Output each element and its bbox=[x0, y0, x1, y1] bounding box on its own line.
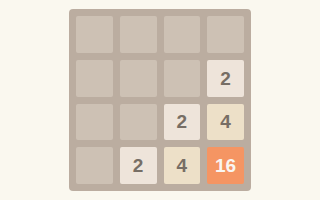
board-2048[interactable]: 2242416 bbox=[69, 9, 251, 191]
tile-16: 16 bbox=[207, 147, 244, 184]
empty-cell bbox=[120, 16, 157, 53]
empty-cell bbox=[207, 16, 244, 53]
empty-cell bbox=[76, 147, 113, 184]
tile-2: 2 bbox=[207, 60, 244, 97]
tile-4: 4 bbox=[164, 147, 201, 184]
tile-2: 2 bbox=[164, 104, 201, 141]
tile-2: 2 bbox=[120, 147, 157, 184]
empty-cell bbox=[76, 16, 113, 53]
empty-cell bbox=[76, 60, 113, 97]
empty-cell bbox=[164, 16, 201, 53]
empty-cell bbox=[76, 104, 113, 141]
tile-4: 4 bbox=[207, 104, 244, 141]
empty-cell bbox=[120, 104, 157, 141]
empty-cell bbox=[164, 60, 201, 97]
empty-cell bbox=[120, 60, 157, 97]
